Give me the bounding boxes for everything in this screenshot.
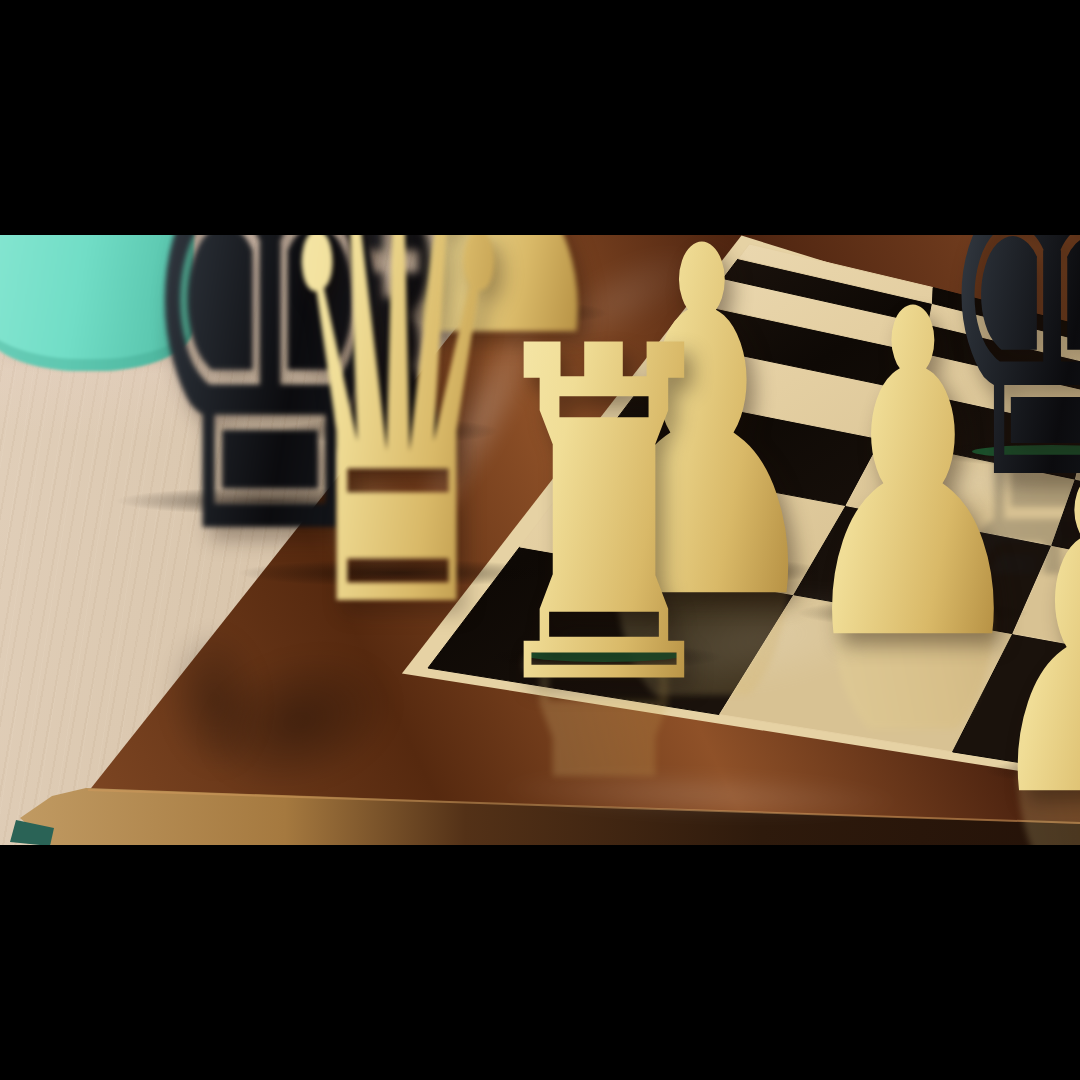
piece-white-pawn-c1[interactable]: ♟ [880, 426, 1080, 845]
letterbox-top [0, 0, 1080, 235]
piece-white-rook-a1[interactable]: ♜ [374, 288, 834, 748]
photo-area: ♟♝♚♚♚♟♟♛♟♟♜♜♟♟ [0, 235, 1080, 845]
screenshot-root: ♟♝♚♚♚♟♟♛♟♟♜♜♟♟ [0, 0, 1080, 1080]
letterbox-bottom [0, 845, 1080, 1080]
white-pawn-glyph: ♟ [966, 426, 1080, 845]
white-rook-glyph: ♜ [461, 288, 746, 748]
